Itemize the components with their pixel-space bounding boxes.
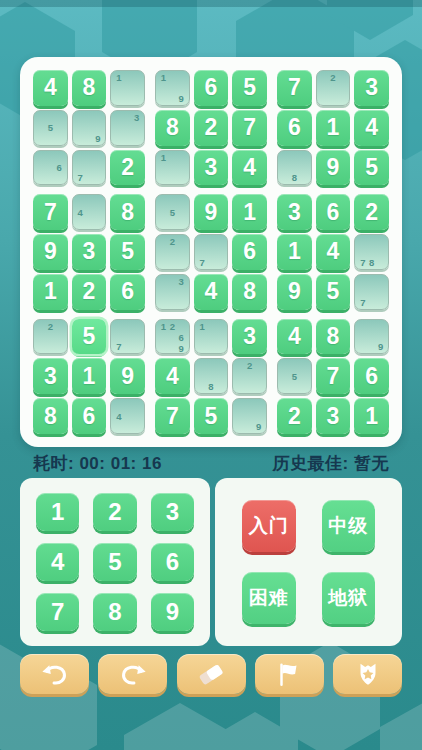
pencil-marks: 5 [159,196,186,228]
sudoku-block: 257319864 [33,319,145,434]
sudoku-cell-r2c9[interactable]: 4 [354,110,389,146]
sudoku-cell-r2c5[interactable]: 2 [194,110,229,146]
sudoku-cell-r6c7[interactable]: 9 [277,274,312,310]
sudoku-cell-r4c6[interactable]: 1 [232,194,267,230]
numpad-button-2[interactable]: 2 [93,493,136,531]
sudoku-cell-r5c6[interactable]: 6 [232,234,267,270]
sudoku-cell-r6c9[interactable]: 7 [354,274,389,310]
numpad-button-5[interactable]: 5 [93,543,136,581]
sudoku-app: 4815936721965827134723614895748935126591… [0,0,422,750]
sudoku-cell-r6c2[interactable]: 2 [72,274,107,310]
pencil-marks: 7 [358,276,385,308]
sudoku-cell-r9c4[interactable]: 7 [155,398,190,434]
sudoku-board: 4815936721965827134723614895748935126591… [33,70,389,434]
numpad-button-6[interactable]: 6 [151,543,194,581]
sudoku-cell-r8c6[interactable]: 2 [232,358,267,394]
sudoku-cell-r9c7[interactable]: 2 [277,398,312,434]
pencil-marks: 9 [358,321,385,353]
pencil-marks: 2 [236,360,263,392]
eraser-icon [196,661,226,688]
sudoku-cell-r9c9[interactable]: 1 [354,398,389,434]
sudoku-cell-r9c6[interactable]: 9 [232,398,267,434]
pencil-marks: 3 [114,112,141,144]
sudoku-cell-r2c6[interactable]: 7 [232,110,267,146]
sudoku-cell-r8c4[interactable]: 4 [155,358,190,394]
pencil-marks: 5 [281,360,308,392]
best-record-label: 历史最佳: 暂无 [273,452,389,475]
sudoku-cell-r7c5[interactable]: 1 [194,319,229,355]
pencil-marks: 9 [236,400,263,432]
pencil-marks: 7 [76,152,103,184]
pencil-marks: 6 [37,152,64,184]
pencil-marks: 2 [159,236,186,268]
sudoku-cell-r3c2[interactable]: 7 [72,150,107,186]
status-row: 耗时: 00: 01: 16 历史最佳: 暂无 [20,452,402,474]
bottom-toolbar [20,654,402,695]
undo-icon [40,661,70,688]
sudoku-cell-r2c8[interactable]: 1 [316,110,351,146]
sudoku-cell-r3c3[interactable]: 2 [110,150,145,186]
flag-icon [274,661,304,688]
sudoku-cell-r3c6[interactable]: 4 [232,150,267,186]
sudoku-cell-r5c2[interactable]: 3 [72,234,107,270]
sudoku-cell-r5c5[interactable]: 7 [194,234,229,270]
sudoku-cell-r8c5[interactable]: 8 [194,358,229,394]
sudoku-cell-r1c4[interactable]: 19 [155,70,190,106]
pencil-marks: 8 [281,152,308,184]
number-pad-panel: 123456789 [20,478,210,646]
redo-icon [118,661,148,688]
sudoku-cell-r7c3[interactable]: 7 [110,319,145,355]
pencil-marks: 2 [320,72,347,104]
sudoku-cell-r8c8[interactable]: 7 [316,358,351,394]
sudoku-cell-r5c3[interactable]: 5 [110,234,145,270]
sudoku-cell-r6c6[interactable]: 8 [232,274,267,310]
sudoku-cell-r7c6[interactable]: 3 [232,319,267,355]
sudoku-cell-r1c8[interactable]: 2 [316,70,351,106]
sudoku-cell-r6c1[interactable]: 1 [33,274,68,310]
sudoku-cell-r7c1[interactable]: 2 [33,319,68,355]
sudoku-cell-r4c5[interactable]: 9 [194,194,229,230]
sudoku-cell-r5c4[interactable]: 2 [155,234,190,270]
numpad-button-3[interactable]: 3 [151,493,194,531]
difficulty-button-2[interactable]: 中级 [322,500,376,552]
sudoku-cell-r5c9[interactable]: 78 [354,234,389,270]
sudoku-cell-r5c8[interactable]: 4 [316,234,351,270]
sudoku-cell-r8c9[interactable]: 6 [354,358,389,394]
difficulty-button-1[interactable]: 入门 [242,500,296,552]
sudoku-cell-r4c7[interactable]: 3 [277,194,312,230]
sudoku-block: 126913482759 [155,319,267,434]
numpad-button-7[interactable]: 7 [36,593,79,631]
sudoku-cell-r1c9[interactable]: 3 [354,70,389,106]
sudoku-cell-r7c4[interactable]: 1269 [155,319,190,355]
undo-button[interactable] [20,654,89,694]
sudoku-cell-r6c3[interactable]: 6 [110,274,145,310]
sudoku-block: 723614895 [277,70,389,185]
pencil-marks: 4 [114,400,141,432]
sudoku-cell-r4c2[interactable]: 4 [72,194,107,230]
pencil-marks: 8 [198,360,225,392]
sudoku-cell-r7c8[interactable]: 8 [316,319,351,355]
elapsed-time-label: 耗时: 00: 01: 16 [33,452,162,475]
sudoku-cell-r6c4[interactable]: 3 [155,274,190,310]
sudoku-cell-r5c1[interactable]: 9 [33,234,68,270]
pencil-marks: 5 [37,112,64,144]
sudoku-cell-r8c1[interactable]: 3 [33,358,68,394]
sudoku-block: 748935126 [33,194,145,309]
eraser-button[interactable] [177,654,246,694]
pencil-marks: 19 [159,72,186,104]
sudoku-cell-r9c1[interactable]: 8 [33,398,68,434]
redo-button[interactable] [98,654,167,694]
sudoku-cell-r1c1[interactable]: 4 [33,70,68,106]
pencil-marks: 2 [37,321,64,353]
badge-button[interactable] [333,654,402,694]
numpad-button-4[interactable]: 4 [36,543,79,581]
pencil-marks: 7 [198,236,225,268]
sudoku-cell-r1c3[interactable]: 1 [110,70,145,106]
pencil-marks: 78 [358,236,385,268]
sudoku-cell-r4c9[interactable]: 2 [354,194,389,230]
sudoku-block: 591276348 [155,194,267,309]
numpad-button-8[interactable]: 8 [93,593,136,631]
sudoku-cell-r3c1[interactable]: 6 [33,150,68,186]
sudoku-cell-r5c7[interactable]: 1 [277,234,312,270]
sudoku-cell-r3c9[interactable]: 5 [354,150,389,186]
sudoku-cell-r4c1[interactable]: 7 [33,194,68,230]
sudoku-cell-r2c2[interactable]: 9 [72,110,107,146]
sudoku-cell-r8c7[interactable]: 5 [277,358,312,394]
difficulty-button-3[interactable]: 困难 [242,572,296,624]
sudoku-cell-r2c3[interactable]: 3 [110,110,145,146]
sudoku-board-panel: 4815936721965827134723614895748935126591… [20,57,402,447]
sudoku-cell-r1c5[interactable]: 6 [194,70,229,106]
pencil-marks: 3 [159,276,186,308]
sudoku-cell-r1c7[interactable]: 7 [277,70,312,106]
sudoku-block: 481593672 [33,70,145,185]
sudoku-cell-r3c8[interactable]: 9 [316,150,351,186]
sudoku-cell-r2c1[interactable]: 5 [33,110,68,146]
sudoku-cell-r3c5[interactable]: 3 [194,150,229,186]
sudoku-cell-r3c7[interactable]: 8 [277,150,312,186]
sudoku-cell-r4c4[interactable]: 5 [155,194,190,230]
difficulty-panel: 入门中级困难地狱 [215,478,402,646]
pencil-marks: 1 [114,72,141,104]
sudoku-cell-r9c8[interactable]: 3 [316,398,351,434]
sudoku-cell-r1c6[interactable]: 5 [232,70,267,106]
sudoku-cell-r2c7[interactable]: 6 [277,110,312,146]
pencil-marks: 4 [76,196,103,228]
sudoku-block: 1965827134 [155,70,267,185]
sudoku-cell-r3c4[interactable]: 1 [155,150,190,186]
pencil-marks: 1 [198,321,225,353]
status-bar-shade [0,0,422,7]
sudoku-cell-r7c9[interactable]: 9 [354,319,389,355]
sudoku-cell-r7c7[interactable]: 4 [277,319,312,355]
pencil-marks: 7 [114,321,141,353]
pencil-marks: 1 [159,152,186,184]
sudoku-cell-r6c8[interactable]: 5 [316,274,351,310]
pencil-marks: 1269 [159,321,186,353]
sudoku-cell-r8c3[interactable]: 9 [110,358,145,394]
numpad-button-1[interactable]: 1 [36,493,79,531]
sudoku-block: 3621478957 [277,194,389,309]
numpad-button-9[interactable]: 9 [151,593,194,631]
sudoku-cell-r9c3[interactable]: 4 [110,398,145,434]
sudoku-cell-r9c2[interactable]: 6 [72,398,107,434]
sudoku-block: 489576231 [277,319,389,434]
sudoku-cell-r4c8[interactable]: 6 [316,194,351,230]
sudoku-cell-r4c3[interactable]: 8 [110,194,145,230]
sudoku-cell-r2c4[interactable]: 8 [155,110,190,146]
pencil-marks: 9 [76,112,103,144]
sudoku-cell-r7c2[interactable]: 5 [72,319,107,355]
sudoku-cell-r9c5[interactable]: 5 [194,398,229,434]
sudoku-cell-r8c2[interactable]: 1 [72,358,107,394]
flag-button[interactable] [255,654,324,694]
badge-icon [353,661,383,688]
sudoku-cell-r6c5[interactable]: 4 [194,274,229,310]
sudoku-cell-r1c2[interactable]: 8 [72,70,107,106]
difficulty-button-4[interactable]: 地狱 [322,572,376,624]
